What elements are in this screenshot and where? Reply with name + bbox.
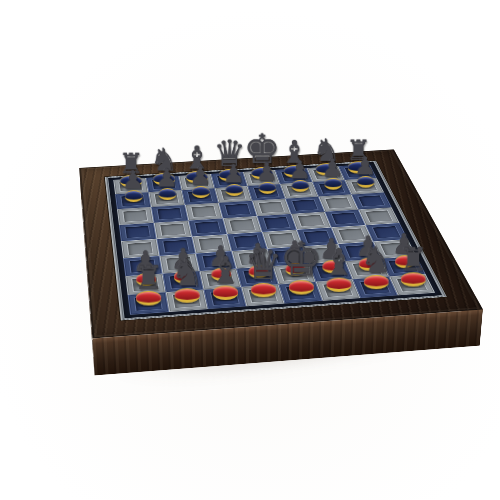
blue-drum-base <box>291 180 308 192</box>
pawn-glyph: ♟ <box>289 158 311 183</box>
square-a1[interactable]: ♜ <box>128 292 169 314</box>
blue-drum-base <box>357 176 374 188</box>
board-grid: ♜♞♝♛♚♝♞♜♟♟♟♟♟♟♟♟♟♟♟♟♟♟♟♟♜♞♝♛♚♝♞♜ <box>113 164 435 314</box>
pawn-glyph: ♟ <box>223 161 246 186</box>
silver-beading-strip: ♜♞♝♛♚♝♞♜♟♟♟♟♟♟♟♟♟♟♟♟♟♟♟♟♜♞♝♛♚♝♞♜ <box>105 161 447 321</box>
red-drum-base <box>175 288 200 302</box>
pawn-glyph: ♟ <box>189 163 212 188</box>
knight-glyph: ♞ <box>171 254 204 291</box>
photo-stage: { "game": "chess", "set_description": "N… <box>0 0 500 500</box>
blue-drum-base <box>192 186 210 198</box>
red-drum-base <box>327 278 352 292</box>
chess-board: ♜♞♝♛♚♝♞♜♟♟♟♟♟♟♟♟♟♟♟♟♟♟♟♟♜♞♝♛♚♝♞♜ <box>79 149 482 338</box>
red-drum-base <box>364 275 389 289</box>
knight-glyph: ♞ <box>360 242 392 278</box>
pawn-glyph: ♟ <box>156 165 179 190</box>
piece-black-pawn[interactable]: ♟ <box>111 140 155 203</box>
red-drum-base <box>213 286 238 300</box>
red-drum-base <box>251 283 276 297</box>
red-drum-base <box>401 272 426 286</box>
bishop-glyph: ♝ <box>209 252 242 289</box>
pawn-glyph: ♟ <box>322 156 344 181</box>
pawn-glyph: ♟ <box>256 160 278 185</box>
navy-border-band: ♜♞♝♛♚♝♞♜♟♟♟♟♟♟♟♟♟♟♟♟♟♟♟♟♜♞♝♛♚♝♞♜ <box>107 162 443 319</box>
board-frame: ♜♞♝♛♚♝♞♜♟♟♟♟♟♟♟♟♟♟♟♟♟♟♟♟♜♞♝♛♚♝♞♜ <box>79 149 482 338</box>
red-drum-base <box>136 291 161 306</box>
pawn-glyph: ♟ <box>122 167 145 192</box>
rook-glyph: ♜ <box>134 261 164 294</box>
rook-glyph: ♜ <box>399 243 428 275</box>
bishop-glyph: ♝ <box>323 244 355 280</box>
scene: ♜♞♝♛♚♝♞♜♟♟♟♟♟♟♟♟♟♟♟♟♟♟♟♟♜♞♝♛♚♝♞♜ <box>0 0 500 500</box>
blue-drum-base <box>124 190 142 202</box>
blue-drum-base <box>324 178 341 190</box>
blue-drum-base <box>225 184 243 196</box>
piece-white-rook[interactable]: ♜ <box>123 234 173 306</box>
pawn-glyph: ♟ <box>354 154 376 179</box>
red-drum-base <box>289 280 314 294</box>
blue-drum-base <box>158 188 176 200</box>
blue-drum-base <box>258 182 276 194</box>
